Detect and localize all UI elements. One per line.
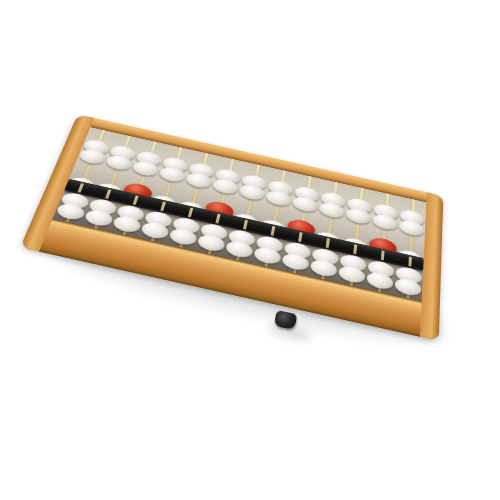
beam-peg-9: [298, 232, 303, 242]
beam-peg-8: [270, 226, 275, 236]
beam-peg-6: [215, 214, 220, 224]
abacus: [42, 116, 458, 352]
beam-peg-2: [105, 189, 111, 199]
beam-peg-1: [77, 183, 84, 193]
beam-peg-11: [353, 244, 357, 254]
product-photo-stage: [0, 0, 500, 500]
beam-peg-3: [132, 195, 138, 205]
beam-peg-13: [408, 256, 412, 266]
beam-peg-7: [242, 220, 247, 230]
abacus-board: [20, 114, 443, 341]
beam-peg-5: [187, 207, 193, 217]
beam-peg-4: [160, 201, 166, 211]
beam-peg-10: [325, 238, 329, 248]
beam-peg-12: [380, 250, 384, 260]
